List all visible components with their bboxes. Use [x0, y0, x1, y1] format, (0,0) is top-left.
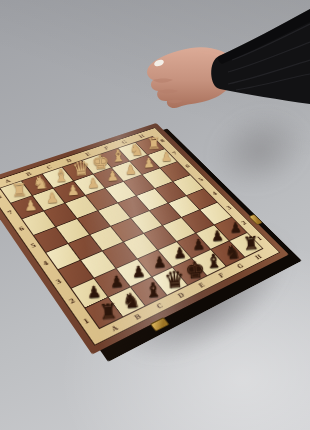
white-pawn: ♟	[81, 172, 105, 193]
black-rook: ♜	[94, 299, 122, 324]
square-e4[interactable]	[131, 211, 163, 234]
photo-scene: ABCDEFGH ABCDEFGH 87654321 87654321 ♜♞♝♛…	[0, 0, 310, 430]
white-pawn: ♟	[61, 179, 85, 200]
white-pawn: ♟	[18, 194, 43, 216]
